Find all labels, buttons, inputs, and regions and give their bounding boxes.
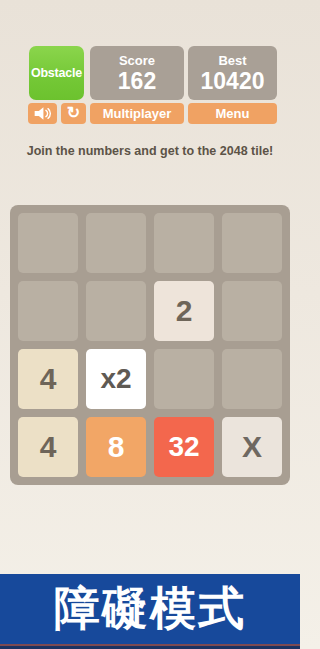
- game-board[interactable]: 24x24832X: [10, 205, 290, 485]
- empty-cell: [18, 213, 78, 273]
- mode-button-obstacle[interactable]: Obstacle: [29, 46, 84, 100]
- multiplayer-button[interactable]: Multiplayer: [90, 103, 184, 124]
- empty-cell: [18, 281, 78, 341]
- empty-cell: [222, 281, 282, 341]
- empty-cell: [154, 349, 214, 409]
- empty-cell: [86, 281, 146, 341]
- best-label: Best: [218, 53, 246, 68]
- app-root: { "game": "2048 — Obstacle mode", "posit…: [0, 0, 300, 649]
- sound-button[interactable]: [28, 103, 57, 124]
- empty-cell: [154, 213, 214, 273]
- menu-label: Menu: [216, 106, 250, 121]
- bottom-banner: 障礙模式: [0, 574, 300, 644]
- restart-icon: ↻: [67, 105, 80, 121]
- menu-button[interactable]: Menu: [188, 103, 277, 124]
- best-box: Best 10420: [188, 46, 277, 100]
- tile-4: 4: [18, 417, 78, 477]
- tile-32: 32: [154, 417, 214, 477]
- speaker-icon: [33, 106, 53, 121]
- restart-button[interactable]: ↻: [61, 103, 86, 124]
- score-label: Score: [119, 53, 155, 68]
- board-grid: 24x24832X: [18, 213, 282, 477]
- tile-x2: x2: [86, 349, 146, 409]
- score-box: Score 162: [90, 46, 184, 100]
- tile-2: 2: [154, 281, 214, 341]
- empty-cell: [222, 349, 282, 409]
- mode-button-label: Obstacle: [31, 66, 82, 80]
- tile-4: 4: [18, 349, 78, 409]
- best-value: 10420: [201, 68, 265, 94]
- tile-8: 8: [86, 417, 146, 477]
- tile-X: X: [222, 417, 282, 477]
- score-value: 162: [118, 68, 156, 94]
- empty-cell: [86, 213, 146, 273]
- tagline: Join the numbers and get to the 2048 til…: [0, 144, 300, 158]
- multiplayer-label: Multiplayer: [103, 106, 172, 121]
- empty-cell: [222, 213, 282, 273]
- banner-text: 障礙模式: [54, 578, 246, 640]
